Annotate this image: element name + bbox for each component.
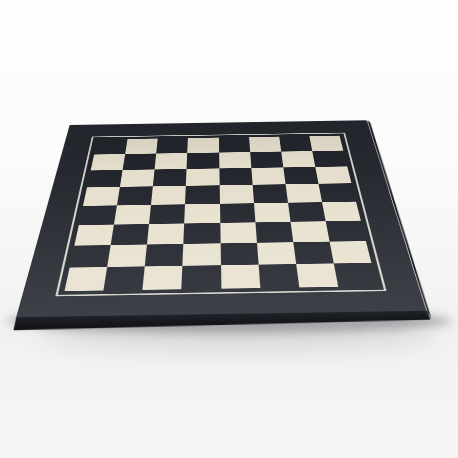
square-a8 xyxy=(94,139,128,155)
square-h7 xyxy=(312,151,347,167)
square-d6 xyxy=(186,169,219,186)
square-f3 xyxy=(255,222,293,243)
square-h6 xyxy=(315,167,351,184)
square-c4 xyxy=(149,204,185,224)
square-g7 xyxy=(281,151,315,167)
square-c2 xyxy=(145,244,184,267)
square-c1 xyxy=(143,266,183,290)
square-d3 xyxy=(184,223,220,244)
square-g6 xyxy=(283,167,318,184)
square-e3 xyxy=(220,222,257,243)
square-c7 xyxy=(155,153,188,169)
square-b8 xyxy=(125,139,158,155)
square-f2 xyxy=(257,242,296,264)
chess-board xyxy=(44,28,394,378)
square-h5 xyxy=(318,183,356,201)
square-d2 xyxy=(183,243,221,266)
square-e8 xyxy=(218,137,249,153)
square-f6 xyxy=(251,168,285,185)
square-e6 xyxy=(219,168,252,185)
square-c8 xyxy=(156,138,188,154)
square-d7 xyxy=(187,153,219,169)
square-c3 xyxy=(147,223,184,244)
board-top-surface xyxy=(16,120,427,318)
square-a5 xyxy=(83,187,120,206)
square-d5 xyxy=(185,185,219,204)
square-b3 xyxy=(111,224,150,245)
square-e1 xyxy=(220,265,259,289)
square-a7 xyxy=(91,154,126,170)
square-a1 xyxy=(64,267,107,291)
square-e5 xyxy=(219,185,253,204)
board-grid xyxy=(64,136,377,291)
square-b7 xyxy=(123,154,157,170)
square-a4 xyxy=(79,205,117,225)
product-photo-scene xyxy=(0,0,458,458)
square-d8 xyxy=(188,138,219,154)
square-f7 xyxy=(250,152,283,168)
square-b1 xyxy=(104,266,145,290)
square-f4 xyxy=(254,202,291,222)
square-h3 xyxy=(326,220,366,241)
square-h4 xyxy=(322,201,361,221)
square-h8 xyxy=(309,136,343,151)
square-a6 xyxy=(87,170,123,187)
square-g3 xyxy=(290,221,329,242)
square-e7 xyxy=(219,152,251,168)
square-b5 xyxy=(117,187,153,206)
square-f1 xyxy=(258,264,299,288)
square-g4 xyxy=(288,202,326,222)
square-f5 xyxy=(252,184,287,203)
square-d4 xyxy=(185,204,220,224)
square-h1 xyxy=(334,263,378,287)
square-b2 xyxy=(107,244,147,267)
square-a2 xyxy=(70,245,111,268)
square-b6 xyxy=(120,170,155,187)
square-b4 xyxy=(114,205,151,225)
square-h2 xyxy=(329,241,371,263)
square-d1 xyxy=(182,265,221,289)
square-e2 xyxy=(220,243,258,266)
square-g2 xyxy=(293,241,334,263)
square-c6 xyxy=(153,169,187,186)
square-g8 xyxy=(279,136,312,151)
square-g1 xyxy=(296,263,338,287)
square-g5 xyxy=(285,184,322,202)
square-e4 xyxy=(220,203,256,223)
square-c5 xyxy=(151,186,186,205)
square-f8 xyxy=(249,137,281,153)
square-a3 xyxy=(74,224,114,245)
